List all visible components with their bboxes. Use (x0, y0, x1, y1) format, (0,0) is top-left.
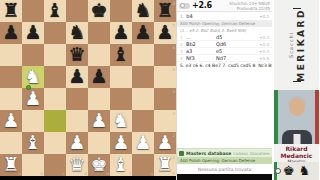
black-move[interactable]: e5 (216, 48, 246, 54)
move-table-row[interactable]: 4Nf3Nd7+0.6 (177, 55, 272, 62)
square-a8[interactable]: ♜ (0, 0, 22, 22)
coord-rank-2: 2 (172, 133, 175, 138)
brand-wordmark: MERIKARD (296, 8, 306, 82)
king-silhouette-icon: ♚ (283, 164, 295, 178)
square-e4[interactable] (88, 88, 110, 110)
brand-sidebar: Scacchi MERIKARD Rikard Medancic Maestro… (272, 0, 319, 180)
coord-rank-4: 4 (172, 89, 175, 94)
explorer-empty-message: Nessuna partita trovata (177, 164, 272, 174)
square-d8[interactable] (66, 0, 88, 22)
variation-line[interactable]: (1... e5 2. Bb2 Bxb4 3. Bxe5 Nf6) (177, 27, 272, 34)
square-a5[interactable] (0, 66, 22, 88)
presenter-face (289, 98, 305, 116)
app-frame: ♜♝♚♞♜8♟♟♞♟♟♟7♛♝6♞♟♟5♟4♟♟♞3♝♟♟♟♟2♜abc♛d♚e… (0, 0, 320, 180)
brand-subtitle: Scacchi (288, 32, 294, 58)
chess-pieces-photo: ♚ ♞ (274, 162, 319, 180)
explorer-opening-name: A00 Polish Opening: German Defense (177, 157, 272, 164)
flag-green-stripe (274, 90, 278, 144)
black-rook-a8[interactable]: ♜ (0, 0, 22, 22)
move-eval: +0.2 (259, 14, 269, 19)
square-h8[interactable]: ♜8 (154, 0, 176, 22)
square-a6[interactable] (0, 44, 22, 66)
square-a7[interactable]: ♟ (0, 22, 22, 44)
black-pawn-a7[interactable]: ♟ (0, 22, 22, 44)
white-move[interactable]: a3 (186, 48, 216, 54)
black-move[interactable]: Qd6 (216, 41, 246, 47)
chess-board[interactable]: ♜♝♚♞♜8♟♟♞♟♟♟7♛♝6♞♟♟5♟4♟♟♞3♝♟♟♟♟2♜abc♛d♚e… (0, 0, 176, 176)
square-f6[interactable]: ♝ (110, 44, 132, 66)
square-b3[interactable] (22, 110, 44, 132)
square-e6[interactable] (88, 44, 110, 66)
square-f7[interactable]: ♟ (110, 22, 132, 44)
white-rook-h1[interactable]: ♜ (154, 154, 176, 176)
square-c2[interactable] (44, 132, 66, 154)
coord-file-e: e (107, 171, 109, 176)
square-f8[interactable] (110, 0, 132, 22)
black-pawn-g7[interactable]: ♟ (132, 22, 154, 44)
coord-file-b: b (40, 171, 43, 176)
engine-toggle-knob (180, 3, 185, 8)
square-b6[interactable] (22, 44, 44, 66)
square-g6[interactable] (132, 44, 154, 66)
square-f3[interactable]: ♞ (110, 110, 132, 132)
white-bishop-b2[interactable]: ♝ (22, 132, 44, 154)
square-c5[interactable] (44, 66, 66, 88)
black-king-e8[interactable]: ♚ (88, 0, 110, 22)
move-table-row[interactable]: 1…d5+0.2 (177, 34, 272, 41)
move-white[interactable]: b4 (186, 13, 192, 19)
move-table-row[interactable]: 3a3e5+0.3 (177, 48, 272, 55)
move-row-eval: +0.4 (259, 42, 269, 47)
square-h4[interactable]: 4 (154, 88, 176, 110)
brand-zone: Scacchi MERIKARD (274, 0, 319, 90)
engine-depth: Profondità 22/45 (237, 6, 270, 11)
coord-file-a: a (19, 171, 21, 176)
square-f4[interactable] (110, 88, 132, 110)
square-b1[interactable]: b (22, 154, 44, 176)
tab-lichess[interactable]: Lichess (233, 151, 248, 156)
square-c3[interactable] (44, 110, 66, 132)
square-g1[interactable]: g (132, 154, 154, 176)
black-pawn-b7[interactable]: ♟ (22, 22, 44, 44)
black-knight-d7[interactable]: ♞ (66, 22, 88, 44)
square-c8[interactable]: ♝ (44, 0, 66, 22)
square-f2[interactable]: ♟ (110, 132, 132, 154)
square-a1[interactable]: ♜a (0, 154, 22, 176)
square-g4[interactable] (132, 88, 154, 110)
square-h6[interactable]: 6 (154, 44, 176, 66)
square-d5[interactable]: ♟ (66, 66, 88, 88)
coord-file-h: h (172, 171, 175, 176)
opening-explorer-header: Masters database Lichess Giocatore (177, 148, 272, 157)
white-pawn-d2[interactable]: ♟ (66, 132, 88, 154)
white-pawn-h2[interactable]: ♟ (154, 132, 176, 154)
square-c4[interactable] (44, 88, 66, 110)
white-rook-a1[interactable]: ♜ (0, 154, 22, 176)
white-pawn-e3[interactable]: ♟ (88, 110, 110, 132)
panel-bottom-strip (177, 174, 272, 180)
square-h2[interactable]: ♟2 (154, 132, 176, 154)
coord-file-d: d (84, 171, 87, 176)
white-move[interactable]: … (186, 34, 216, 40)
square-b5[interactable]: ♞ (22, 66, 44, 88)
square-h1[interactable]: ♜1h (154, 154, 176, 176)
move-table: 1…d5+0.22Bb2Qd6+0.43a3e5+0.34Nf3Nd7+0.6 (177, 34, 272, 62)
black-bishop-c8[interactable]: ♝ (44, 0, 66, 22)
move-tail-line[interactable]: 5. e3 c6 6. c4 Be7 7. cxd5 cxd5 8. Nc3 B… (177, 62, 272, 69)
board-bottom-strip (0, 176, 176, 180)
white-knight-f3[interactable]: ♞ (110, 110, 132, 132)
square-g5[interactable] (132, 66, 154, 88)
white-queen-d1[interactable]: ♛ (66, 154, 88, 176)
evaluation-score: +2.6 (192, 1, 212, 10)
square-c1[interactable]: c (44, 154, 66, 176)
square-e7[interactable] (88, 22, 110, 44)
square-d2[interactable]: ♟ (66, 132, 88, 154)
white-pawn-g2[interactable]: ♟ (132, 132, 154, 154)
square-b7[interactable]: ♟ (22, 22, 44, 44)
brand-dash-bottom (293, 81, 301, 82)
board-column: ♜♝♚♞♜8♟♟♞♟♟♟7♛♝6♞♟♟5♟4♟♟♞3♝♟♟♟♟2♜abc♛d♚e… (0, 0, 176, 180)
white-bishop-f1[interactable]: ♝ (110, 154, 132, 176)
black-rook-h8[interactable]: ♜ (154, 0, 176, 22)
square-d3[interactable] (66, 110, 88, 132)
tab-player[interactable]: Giocatore (250, 151, 269, 156)
square-c6[interactable] (44, 44, 66, 66)
white-move[interactable]: Bb2 (186, 41, 216, 47)
square-d7[interactable]: ♞ (66, 22, 88, 44)
coord-rank-6: 6 (172, 45, 175, 50)
engine-row: +2.6 Stockfish 14+ NNUE Profondità 22/45 (177, 0, 272, 12)
square-c7[interactable] (44, 22, 66, 44)
black-move[interactable]: d5 (216, 34, 246, 40)
square-d1[interactable]: ♛d (66, 154, 88, 176)
coord-file-f: f (130, 171, 131, 176)
square-f1[interactable]: ♝f (110, 154, 132, 176)
move-number: 1. (180, 14, 184, 19)
white-knight-b5[interactable]: ♞ (22, 66, 44, 88)
square-b2[interactable]: ♝ (22, 132, 44, 154)
engine-info: Stockfish 14+ NNUE Profondità 22/45 (229, 1, 270, 11)
move-row-eval: +0.3 (259, 49, 269, 54)
black-pawn-d5[interactable]: ♟ (66, 66, 88, 88)
square-b4[interactable]: ♟ (22, 88, 44, 110)
square-e8[interactable]: ♚ (88, 0, 110, 22)
white-pawn-f2[interactable]: ♟ (110, 132, 132, 154)
opening-name-bar: A00 Polish Opening: German Defense (177, 20, 272, 27)
square-g2[interactable]: ♟ (132, 132, 154, 154)
move-row-eval: +0.6 (259, 56, 269, 61)
move-row-eval: +0.2 (259, 35, 269, 40)
move-row-first[interactable]: 1. b4 +0.2 (177, 12, 272, 20)
black-move[interactable]: Nd7 (216, 55, 246, 61)
white-king-e1[interactable]: ♚ (88, 154, 110, 176)
presenter-photo (274, 90, 319, 144)
panel-empty-space (177, 69, 272, 148)
black-pawn-h7[interactable]: ♟ (154, 22, 176, 44)
square-g3[interactable] (132, 110, 154, 132)
coord-rank-3: 3 (172, 111, 175, 116)
coord-file-c: c (63, 171, 65, 176)
black-bishop-f6[interactable]: ♝ (110, 44, 132, 66)
square-d4[interactable] (66, 88, 88, 110)
square-a2[interactable] (0, 132, 22, 154)
square-d6[interactable]: ♛ (66, 44, 88, 66)
black-knight-g8[interactable]: ♞ (132, 0, 154, 22)
white-pawn-a3[interactable]: ♟ (0, 110, 22, 132)
square-f5[interactable] (110, 66, 132, 88)
flag-red-stripe (315, 90, 319, 144)
square-e5[interactable]: ♟ (88, 66, 110, 88)
tail-moves[interactable]: 5. e3 c6 6. c4 Be7 7. cxd5 cxd5 8. Nc3 B… (180, 63, 272, 68)
square-e3[interactable]: ♟ (88, 110, 110, 132)
black-pawn-e5[interactable]: ♟ (88, 66, 110, 88)
presenter-caption: Rikard Medancic Maestro Internazionale A… (274, 144, 319, 162)
square-h7[interactable]: ♟7 (154, 22, 176, 44)
square-h3[interactable]: 3 (154, 110, 176, 132)
move-table-row[interactable]: 2Bb2Qd6+0.4 (177, 41, 272, 48)
white-pawn-b4[interactable]: ♟ (22, 88, 44, 110)
coord-rank-8: 8 (172, 1, 175, 6)
coord-rank-5: 5 (172, 67, 175, 72)
knight-silhouette-icon: ♞ (299, 164, 311, 178)
white-move[interactable]: Nf3 (186, 55, 216, 61)
square-a3[interactable]: ♟ (0, 110, 22, 132)
coord-rank-7: 7 (172, 23, 175, 28)
analysis-panel: +2.6 Stockfish 14+ NNUE Profondità 22/45… (176, 0, 272, 180)
tab-masters-database[interactable]: Masters database (186, 151, 231, 156)
square-a4[interactable] (0, 88, 22, 110)
square-e2[interactable] (88, 132, 110, 154)
circle-badge (275, 168, 281, 174)
square-e1[interactable]: ♚e (88, 154, 110, 176)
square-g7[interactable]: ♟ (132, 22, 154, 44)
move-annotation-dot (26, 85, 31, 90)
coord-file-g: g (150, 171, 153, 176)
coord-rank-1: 1 (172, 155, 175, 160)
presenter-shirt (293, 134, 300, 144)
book-icon (179, 151, 184, 156)
black-pawn-f7[interactable]: ♟ (110, 22, 132, 44)
square-b8[interactable] (22, 0, 44, 22)
black-queen-d6[interactable]: ♛ (66, 44, 88, 66)
presenter-name: Rikard Medancic (274, 145, 319, 159)
square-h5[interactable]: 5 (154, 66, 176, 88)
square-g8[interactable]: ♞ (132, 0, 154, 22)
engine-toggle[interactable] (179, 3, 190, 9)
